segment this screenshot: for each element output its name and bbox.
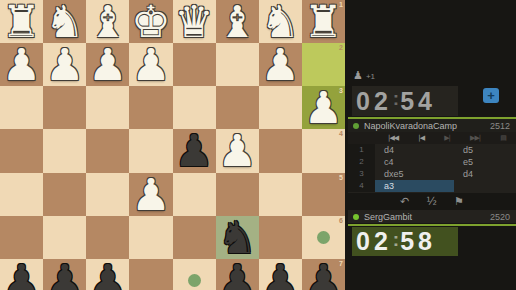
player-accent-line [348,224,516,226]
player-bar-white[interactable]: NapoliKvaradonaCamp 2512 [348,119,516,132]
rank-label-2: 2 [339,44,343,51]
piece-wR-a1[interactable]: ♜ [304,0,343,43]
square-e2[interactable]: ♟ [129,43,172,86]
rank-label-7: 7 [339,260,343,267]
replay-nav-bar: |◀◀|◀▶|▶▶|▤ [348,132,516,144]
move-row: 4a3 [348,180,516,192]
piece-wP-e5[interactable]: ♟ [131,173,170,216]
square-b1[interactable]: ♞ [259,0,302,43]
piece-bP-g7[interactable]: ♟ [45,259,84,290]
square-h2[interactable]: ♟ [0,43,43,86]
piece-bP-f7[interactable]: ♟ [88,259,127,290]
piece-bP-a7[interactable]: ♟ [304,259,343,290]
square-g7[interactable]: ♟ [43,259,86,290]
piece-wP-h2[interactable]: ♟ [2,43,41,86]
chess-board[interactable]: ♜♞♝♚♛♝♞♜1♟♟♟♟♟2♟3♟♟4♟5♞6♟♟♟♟♟♟7♜♞♝♚♛♝♜8 [0,0,345,290]
rank-label-6: 6 [339,217,343,224]
square-e1[interactable]: ♚ [129,0,172,43]
piece-wP-e2[interactable]: ♟ [131,43,170,86]
square-c1[interactable]: ♝ [216,0,259,43]
move-black[interactable]: e5 [454,156,516,168]
square-a4[interactable]: 4 [302,129,345,172]
square-g6[interactable] [43,216,86,259]
move-number: 4 [348,180,375,192]
player-bar-black[interactable]: SergGambit 2520 [348,210,516,223]
square-b4[interactable] [259,129,302,172]
square-a3[interactable]: ♟3 [302,86,345,129]
square-a5[interactable]: 5 [302,173,345,216]
piece-wR-h1[interactable]: ♜ [2,0,41,43]
square-c3[interactable] [216,86,259,129]
square-b3[interactable] [259,86,302,129]
square-b7[interactable]: ♟ [259,259,302,290]
rank-label-5: 5 [339,174,343,181]
piece-wP-c4[interactable]: ♟ [217,129,256,172]
player-rating: 2512 [490,121,510,131]
square-f6[interactable] [86,216,129,259]
move-black[interactable]: d5 [454,144,516,156]
square-h5[interactable] [0,173,43,216]
square-g3[interactable] [43,86,86,129]
square-d3[interactable] [173,86,216,129]
move-number: 3 [348,168,375,180]
square-d2[interactable] [173,43,216,86]
square-h7[interactable]: ♟ [0,259,43,290]
square-h4[interactable] [0,129,43,172]
game-sidebar: ♟ +1 02:54 + NapoliKvaradonaCamp 2512 |◀… [345,0,516,290]
square-f5[interactable] [86,173,129,216]
nav-last-button[interactable]: ▶▶| [470,134,480,142]
move-row: 3dxe5d4 [348,168,516,180]
square-a1[interactable]: ♜1 [302,0,345,43]
square-g1[interactable]: ♞ [43,0,86,43]
piece-wB-f1[interactable]: ♝ [88,0,127,43]
move-black[interactable] [454,180,516,192]
square-b5[interactable] [259,173,302,216]
square-e6[interactable] [129,216,172,259]
move-white[interactable]: c4 [375,156,454,168]
square-g2[interactable]: ♟ [43,43,86,86]
square-c4[interactable]: ♟ [216,129,259,172]
nav-prev-button[interactable]: |◀ [418,134,424,142]
move-row: 1d4d5 [348,144,516,156]
square-d1[interactable]: ♛ [173,0,216,43]
online-dot-icon [353,123,359,129]
move-white[interactable]: a3 [375,180,454,192]
square-e7[interactable] [129,259,172,290]
clock-digits: 02 [356,87,392,116]
pawn-icon: ♟ [353,70,363,82]
piece-wP-f2[interactable]: ♟ [88,43,127,86]
move-dest-dot [188,274,201,287]
square-e3[interactable] [129,86,172,129]
square-a7[interactable]: ♟7 [302,259,345,290]
game-action-bar: ↶½⚑ [348,193,516,209]
player-name: SergGambit [364,212,412,222]
move-black[interactable]: d4 [454,168,516,180]
piece-wK-e1[interactable]: ♚ [131,0,170,43]
piece-bP-d4[interactable]: ♟ [174,129,213,172]
square-d7[interactable] [173,259,216,290]
square-c6[interactable]: ♞ [216,216,259,259]
piece-bP-h7[interactable]: ♟ [2,259,41,290]
piece-bP-c7[interactable]: ♟ [217,259,256,290]
nav-menu-button[interactable]: ▤ [500,134,506,142]
move-white[interactable]: d4 [375,144,454,156]
material-advantage-label: +1 [366,72,375,81]
square-h6[interactable] [0,216,43,259]
square-c2[interactable] [216,43,259,86]
square-e5[interactable]: ♟ [129,173,172,216]
player-rating: 2520 [490,212,510,222]
rank-label-3: 3 [339,87,343,94]
square-f4[interactable] [86,129,129,172]
square-f7[interactable]: ♟ [86,259,129,290]
chess-game-screen: ♜♞♝♚♛♝♞♜1♟♟♟♟♟2♟3♟♟4♟5♞6♟♟♟♟♟♟7♜♞♝♚♛♝♜8 … [0,0,516,290]
piece-wP-b2[interactable]: ♟ [261,43,300,86]
takeback-button[interactable]: ↶ [400,195,409,208]
online-dot-icon [353,214,359,220]
square-g5[interactable] [43,173,86,216]
square-h1[interactable]: ♜ [0,0,43,43]
piece-wB-c1[interactable]: ♝ [217,0,256,43]
square-g4[interactable] [43,129,86,172]
clock-digits: 58 [400,227,436,256]
square-d5[interactable] [173,173,216,216]
clock-digits: 54 [400,87,436,116]
resign-button[interactable]: ⚑ [454,195,464,208]
rank-label-4: 4 [339,130,343,137]
material-advantage: ♟ +1 [353,69,375,83]
nav-first-button[interactable]: |◀◀ [388,134,398,142]
move-list: 1d4d52c4e53dxe5d44a3 [348,144,516,193]
square-f2[interactable]: ♟ [86,43,129,86]
piece-wN-b1[interactable]: ♞ [261,0,300,43]
player-name: NapoliKvaradonaCamp [364,121,457,131]
square-f3[interactable] [86,86,129,129]
move-row: 2c4e5 [348,156,516,168]
move-dest-dot [317,231,330,244]
square-d4[interactable]: ♟ [173,129,216,172]
clock-black-running: 02:58 [352,227,458,256]
clock-white: 02:54 [352,86,458,116]
piece-bP-b7[interactable]: ♟ [261,259,300,290]
piece-wP-a3[interactable]: ♟ [304,86,343,129]
rank-label-1: 1 [339,1,343,8]
move-number: 2 [348,156,375,168]
square-b6[interactable] [259,216,302,259]
piece-wP-g2[interactable]: ♟ [45,43,84,86]
square-a6[interactable]: 6 [302,216,345,259]
square-f1[interactable]: ♝ [86,0,129,43]
draw-offer-button[interactable]: ½ [426,195,437,208]
move-white[interactable]: dxe5 [375,168,454,180]
square-b2[interactable]: ♟ [259,43,302,86]
square-c7[interactable]: ♟ [216,259,259,290]
piece-wQ-d1[interactable]: ♛ [174,0,213,43]
give-time-button[interactable]: + [483,88,499,103]
clock-digits: : [393,229,399,251]
square-e4[interactable] [129,129,172,172]
square-h3[interactable] [0,86,43,129]
clock-digits: 02 [356,227,392,256]
square-d6[interactable] [173,216,216,259]
nav-next-button[interactable]: ▶| [444,134,450,142]
piece-bN-c6[interactable]: ♞ [217,216,256,259]
piece-wN-g1[interactable]: ♞ [45,0,84,43]
move-number: 1 [348,144,375,156]
square-a2[interactable]: 2 [302,43,345,86]
square-c5[interactable] [216,173,259,216]
board-grid: ♜♞♝♚♛♝♞♜1♟♟♟♟♟2♟3♟♟4♟5♞6♟♟♟♟♟♟7♜♞♝♚♛♝♜8 [0,0,345,290]
clock-digits: : [393,88,399,110]
